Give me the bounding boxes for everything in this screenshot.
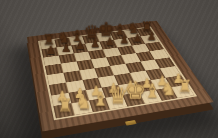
square-d1: ♛ — [106, 95, 128, 109]
board-frame: ♜♞♝♛♚♝♞♜♟♟♟♟♟♟♟♟♟♟♟♟♟♟♟♟♜♞♝♛♚♝♞♜ — [27, 21, 214, 132]
piece-black-rook-a8: ♜ — [42, 33, 55, 47]
piece-black-rook-h8: ♜ — [141, 21, 153, 34]
board-squares: ♜♞♝♛♚♝♞♜♟♟♟♟♟♟♟♟♟♟♟♟♟♟♟♟♜♞♝♛♚♝♞♜ — [38, 27, 197, 121]
square-c3 — [82, 78, 102, 90]
square-h1: ♜ — [172, 85, 195, 98]
square-f4 — [125, 62, 145, 73]
chess-photo-scene: ♜♞♝♛♚♝♞♜♟♟♟♟♟♟♟♟♟♟♟♟♟♟♟♟♜♞♝♛♚♝♞♜ — [0, 0, 218, 138]
chess-board: ♜♞♝♛♚♝♞♜♟♟♟♟♟♟♟♟♟♟♟♟♟♟♟♟♜♞♝♛♚♝♞♜ — [27, 21, 214, 132]
piece-black-pawn-d7: ♟ — [90, 38, 100, 49]
brass-latch — [125, 120, 137, 126]
square-b4 — [63, 70, 82, 82]
